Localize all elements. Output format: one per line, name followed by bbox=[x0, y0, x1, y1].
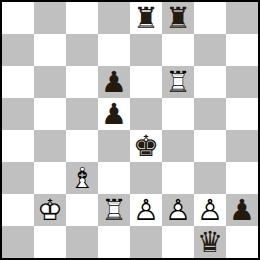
white-rook-piece: ♜♖ bbox=[162, 66, 194, 98]
square-f1[interactable] bbox=[162, 226, 194, 258]
square-d2[interactable]: ♜♖ bbox=[98, 194, 130, 226]
black-pawn-glyph: ♟ bbox=[226, 194, 258, 226]
square-a4[interactable] bbox=[2, 130, 34, 162]
square-d1[interactable] bbox=[98, 226, 130, 258]
white-bishop-outline: ♗ bbox=[66, 162, 98, 194]
square-h6[interactable] bbox=[226, 66, 258, 98]
square-h4[interactable] bbox=[226, 130, 258, 162]
square-g2[interactable]: ♟♙ bbox=[194, 194, 226, 226]
white-pawn-outline: ♙ bbox=[130, 194, 162, 226]
black-rook-glyph: ♜ bbox=[130, 2, 162, 34]
square-h2[interactable]: ♟ bbox=[226, 194, 258, 226]
square-g5[interactable] bbox=[194, 98, 226, 130]
black-pawn-glyph: ♟ bbox=[98, 66, 130, 98]
white-rook-outline: ♖ bbox=[98, 194, 130, 226]
square-c6[interactable] bbox=[66, 66, 98, 98]
square-f8[interactable]: ♜ bbox=[162, 2, 194, 34]
square-c5[interactable] bbox=[66, 98, 98, 130]
square-d3[interactable] bbox=[98, 162, 130, 194]
square-a3[interactable] bbox=[2, 162, 34, 194]
white-pawn-piece: ♟♙ bbox=[162, 194, 194, 226]
white-rook-outline: ♖ bbox=[162, 66, 194, 98]
square-g3[interactable] bbox=[194, 162, 226, 194]
black-rook-glyph: ♜ bbox=[162, 2, 194, 34]
square-c2[interactable] bbox=[66, 194, 98, 226]
square-h3[interactable] bbox=[226, 162, 258, 194]
black-king-glyph: ♚ bbox=[130, 130, 162, 162]
square-e1[interactable] bbox=[130, 226, 162, 258]
white-king-piece: ♚♔ bbox=[34, 194, 66, 226]
white-rook-piece: ♜♖ bbox=[98, 194, 130, 226]
square-g7[interactable] bbox=[194, 34, 226, 66]
square-h8[interactable] bbox=[226, 2, 258, 34]
square-f3[interactable] bbox=[162, 162, 194, 194]
square-a1[interactable] bbox=[2, 226, 34, 258]
square-b7[interactable] bbox=[34, 34, 66, 66]
square-f4[interactable] bbox=[162, 130, 194, 162]
black-queen-piece: ♛ bbox=[194, 226, 226, 258]
square-d4[interactable] bbox=[98, 130, 130, 162]
white-king-outline: ♔ bbox=[34, 194, 66, 226]
square-h5[interactable] bbox=[226, 98, 258, 130]
white-pawn-outline: ♙ bbox=[162, 194, 194, 226]
square-b4[interactable] bbox=[34, 130, 66, 162]
black-queen-glyph: ♛ bbox=[194, 226, 226, 258]
square-b6[interactable] bbox=[34, 66, 66, 98]
square-f2[interactable]: ♟♙ bbox=[162, 194, 194, 226]
square-b3[interactable] bbox=[34, 162, 66, 194]
white-pawn-piece: ♟♙ bbox=[130, 194, 162, 226]
square-g1[interactable]: ♛ bbox=[194, 226, 226, 258]
square-e4[interactable]: ♚ bbox=[130, 130, 162, 162]
square-e6[interactable] bbox=[130, 66, 162, 98]
square-g6[interactable] bbox=[194, 66, 226, 98]
square-a8[interactable] bbox=[2, 2, 34, 34]
black-pawn-piece: ♟ bbox=[98, 98, 130, 130]
square-c1[interactable] bbox=[66, 226, 98, 258]
square-f7[interactable] bbox=[162, 34, 194, 66]
square-d5[interactable]: ♟ bbox=[98, 98, 130, 130]
white-bishop-piece: ♝♗ bbox=[66, 162, 98, 194]
square-e8[interactable]: ♜ bbox=[130, 2, 162, 34]
square-a2[interactable] bbox=[2, 194, 34, 226]
square-h7[interactable] bbox=[226, 34, 258, 66]
square-b2[interactable]: ♚♔ bbox=[34, 194, 66, 226]
black-king-piece: ♚ bbox=[130, 130, 162, 162]
square-f5[interactable] bbox=[162, 98, 194, 130]
square-e7[interactable] bbox=[130, 34, 162, 66]
square-d8[interactable] bbox=[98, 2, 130, 34]
square-h1[interactable] bbox=[226, 226, 258, 258]
square-c4[interactable] bbox=[66, 130, 98, 162]
square-c7[interactable] bbox=[66, 34, 98, 66]
square-f6[interactable]: ♜♖ bbox=[162, 66, 194, 98]
square-d7[interactable] bbox=[98, 34, 130, 66]
square-e5[interactable] bbox=[130, 98, 162, 130]
square-e3[interactable] bbox=[130, 162, 162, 194]
black-pawn-piece: ♟ bbox=[226, 194, 258, 226]
black-rook-piece: ♜ bbox=[130, 2, 162, 34]
white-pawn-outline: ♙ bbox=[194, 194, 226, 226]
square-a6[interactable] bbox=[2, 66, 34, 98]
square-a7[interactable] bbox=[2, 34, 34, 66]
square-c3[interactable]: ♝♗ bbox=[66, 162, 98, 194]
black-rook-piece: ♜ bbox=[162, 2, 194, 34]
square-c8[interactable] bbox=[66, 2, 98, 34]
square-b1[interactable] bbox=[34, 226, 66, 258]
black-pawn-glyph: ♟ bbox=[98, 98, 130, 130]
black-pawn-piece: ♟ bbox=[98, 66, 130, 98]
square-e2[interactable]: ♟♙ bbox=[130, 194, 162, 226]
chess-board: ♜♜♟♜♖♟♚♝♗♚♔♜♖♟♙♟♙♟♙♟♛ bbox=[0, 0, 260, 260]
square-g8[interactable] bbox=[194, 2, 226, 34]
white-pawn-piece: ♟♙ bbox=[194, 194, 226, 226]
square-g4[interactable] bbox=[194, 130, 226, 162]
square-b5[interactable] bbox=[34, 98, 66, 130]
square-d6[interactable]: ♟ bbox=[98, 66, 130, 98]
square-b8[interactable] bbox=[34, 2, 66, 34]
square-a5[interactable] bbox=[2, 98, 34, 130]
